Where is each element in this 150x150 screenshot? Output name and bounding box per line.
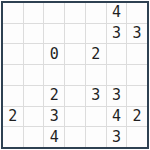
empty-cell-r2c1[interactable] [3, 24, 23, 44]
clue-cell-r6c6: 4 [107, 107, 127, 127]
empty-cell-r7c5[interactable] [86, 127, 106, 147]
empty-cell-r4c3[interactable] [44, 65, 64, 85]
empty-cell-r1c4[interactable] [65, 3, 85, 23]
clue-cell-r3c5: 2 [86, 44, 106, 64]
clue-cell-r6c1: 2 [3, 107, 23, 127]
empty-cell-r1c5[interactable] [86, 3, 106, 23]
clue-cell-r2c7: 3 [127, 24, 147, 44]
empty-cell-r6c5[interactable] [86, 107, 106, 127]
empty-cell-r4c7[interactable] [127, 65, 147, 85]
clue-cell-r5c6: 3 [107, 86, 127, 106]
clue-cell-r7c3: 4 [44, 127, 64, 147]
empty-cell-r3c1[interactable] [3, 44, 23, 64]
empty-cell-r1c2[interactable] [24, 3, 44, 23]
empty-cell-r4c2[interactable] [24, 65, 44, 85]
minesweeper-board: 43302233234243 [1, 1, 149, 149]
clue-cell-r7c6: 3 [107, 127, 127, 147]
empty-cell-r2c5[interactable] [86, 24, 106, 44]
empty-cell-r7c7[interactable] [127, 127, 147, 147]
empty-cell-r7c2[interactable] [24, 127, 44, 147]
clue-cell-r6c3: 3 [44, 107, 64, 127]
empty-cell-r3c7[interactable] [127, 44, 147, 64]
empty-cell-r5c7[interactable] [127, 86, 147, 106]
empty-cell-r4c1[interactable] [3, 65, 23, 85]
empty-cell-r1c7[interactable] [127, 3, 147, 23]
clue-cell-r5c5: 3 [86, 86, 106, 106]
empty-cell-r3c2[interactable] [24, 44, 44, 64]
empty-cell-r5c2[interactable] [24, 86, 44, 106]
empty-cell-r5c1[interactable] [3, 86, 23, 106]
empty-cell-r7c4[interactable] [65, 127, 85, 147]
puzzle-screen: 43302233234243 [0, 0, 150, 150]
empty-cell-r4c5[interactable] [86, 65, 106, 85]
clue-cell-r5c3: 2 [44, 86, 64, 106]
empty-cell-r2c2[interactable] [24, 24, 44, 44]
empty-cell-r1c3[interactable] [44, 3, 64, 23]
empty-cell-r3c4[interactable] [65, 44, 85, 64]
empty-cell-r2c4[interactable] [65, 24, 85, 44]
empty-cell-r2c3[interactable] [44, 24, 64, 44]
empty-cell-r1c1[interactable] [3, 3, 23, 23]
clue-cell-r3c3: 0 [44, 44, 64, 64]
empty-cell-r6c4[interactable] [65, 107, 85, 127]
clue-cell-r6c7: 2 [127, 107, 147, 127]
empty-cell-r4c4[interactable] [65, 65, 85, 85]
empty-cell-r5c4[interactable] [65, 86, 85, 106]
empty-cell-r7c1[interactable] [3, 127, 23, 147]
clue-cell-r2c6: 3 [107, 24, 127, 44]
empty-cell-r4c6[interactable] [107, 65, 127, 85]
empty-cell-r3c6[interactable] [107, 44, 127, 64]
clue-cell-r1c6: 4 [107, 3, 127, 23]
empty-cell-r6c2[interactable] [24, 107, 44, 127]
